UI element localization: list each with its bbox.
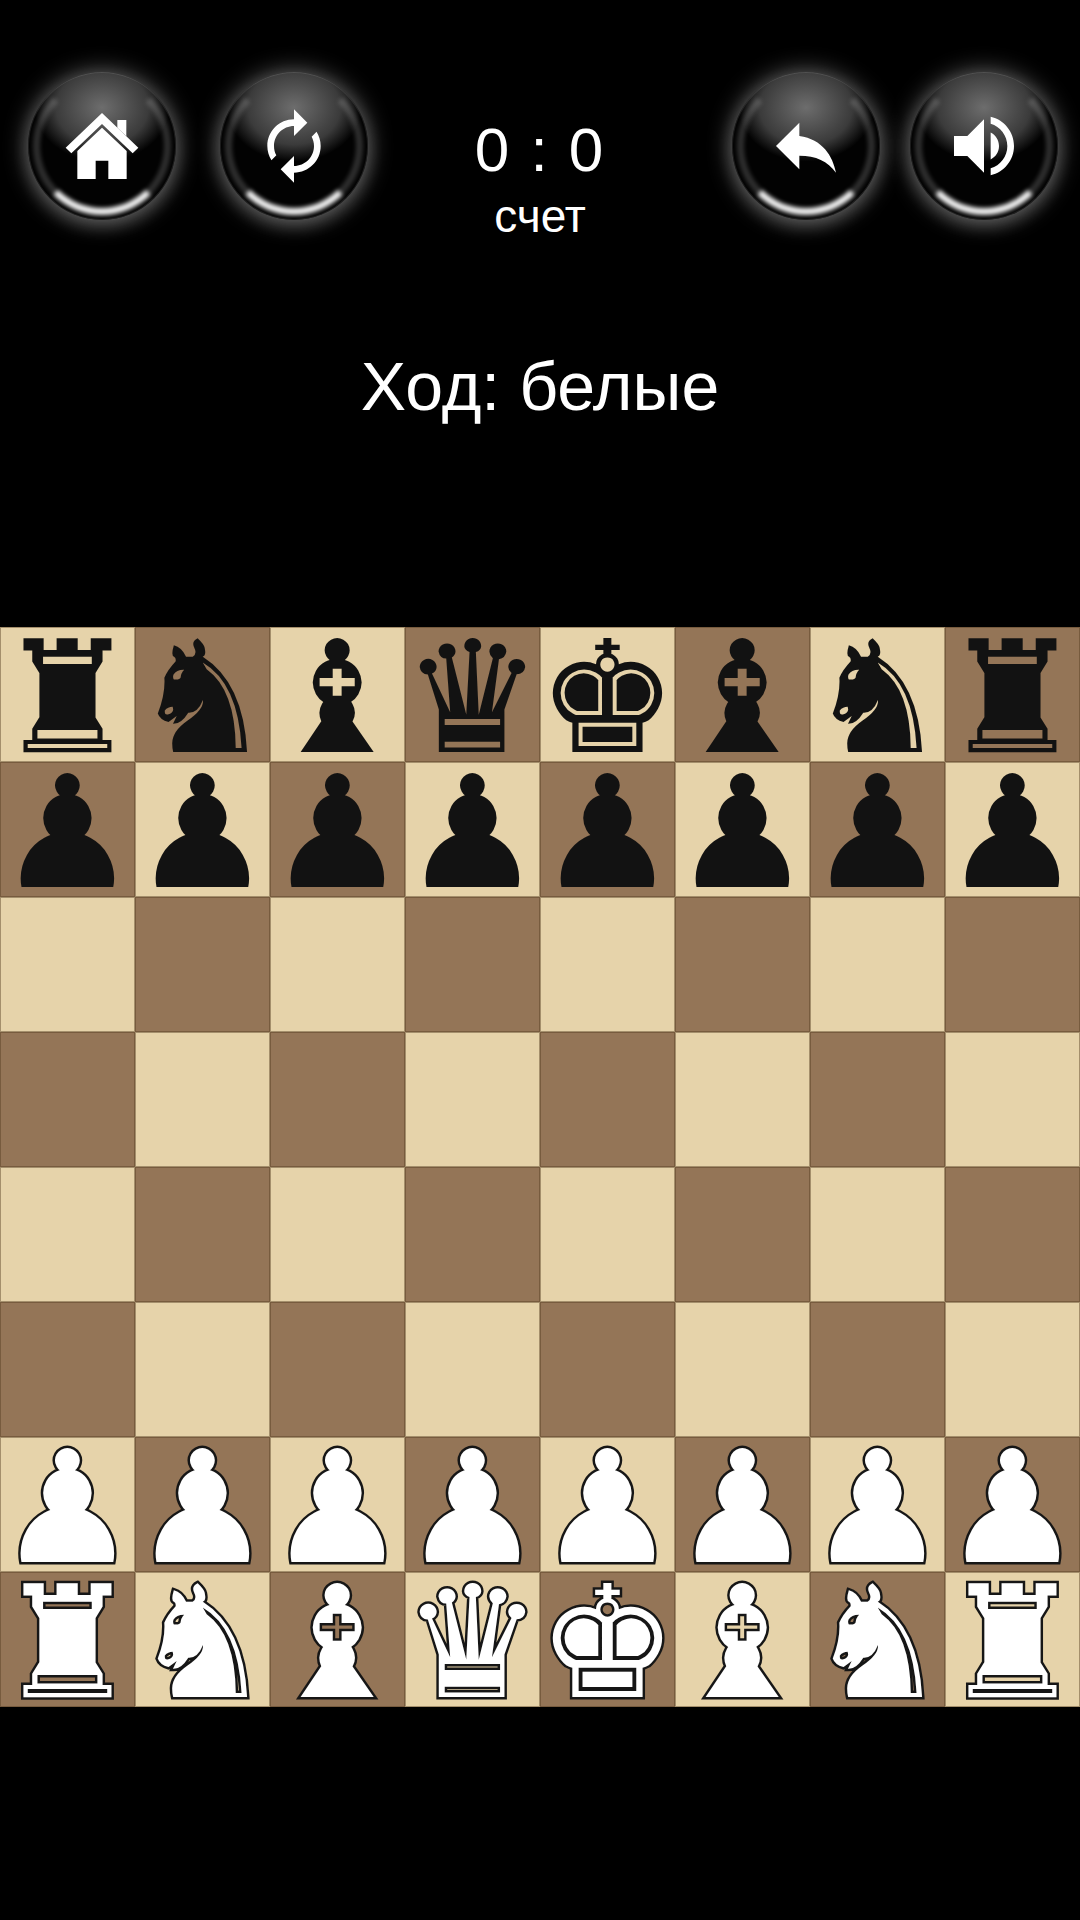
piece-white-rook[interactable]: ♜ <box>943 1565 1080 1721</box>
piece-black-pawn[interactable]: ♟ <box>268 755 408 911</box>
square-a4[interactable] <box>0 1167 135 1302</box>
square-e5[interactable] <box>540 1032 675 1167</box>
piece-black-pawn[interactable]: ♟ <box>0 755 137 911</box>
square-h4[interactable] <box>945 1167 1080 1302</box>
piece-white-bishop[interactable]: ♝ <box>268 1565 408 1721</box>
square-d5[interactable] <box>405 1032 540 1167</box>
square-c7[interactable]: ♟ <box>270 762 405 897</box>
home-icon <box>62 106 142 186</box>
square-b7[interactable]: ♟ <box>135 762 270 897</box>
square-g1[interactable]: ♞ <box>810 1572 945 1707</box>
piece-black-pawn[interactable]: ♟ <box>673 755 813 911</box>
piece-white-knight[interactable]: ♞ <box>808 1565 948 1721</box>
piece-white-rook[interactable]: ♜ <box>0 1565 137 1721</box>
piece-white-bishop[interactable]: ♝ <box>673 1565 813 1721</box>
restart-icon <box>254 106 334 186</box>
square-f5[interactable] <box>675 1032 810 1167</box>
square-b4[interactable] <box>135 1167 270 1302</box>
square-c4[interactable] <box>270 1167 405 1302</box>
square-f1[interactable]: ♝ <box>675 1572 810 1707</box>
square-e7[interactable]: ♟ <box>540 762 675 897</box>
sound-button[interactable] <box>910 72 1058 220</box>
speaker-icon <box>944 106 1024 186</box>
piece-white-king[interactable]: ♚ <box>538 1565 678 1721</box>
square-a1[interactable]: ♜ <box>0 1572 135 1707</box>
square-d4[interactable] <box>405 1167 540 1302</box>
chess-board: ♜♞♝♛♚♝♞♜♟♟♟♟♟♟♟♟♟♟♟♟♟♟♟♟♜♞♝♛♚♝♞♜ <box>0 627 1080 1707</box>
piece-black-pawn[interactable]: ♟ <box>133 755 273 911</box>
square-f7[interactable]: ♟ <box>675 762 810 897</box>
piece-black-pawn[interactable]: ♟ <box>538 755 678 911</box>
piece-black-pawn[interactable]: ♟ <box>403 755 543 911</box>
square-h5[interactable] <box>945 1032 1080 1167</box>
piece-black-pawn[interactable]: ♟ <box>808 755 948 911</box>
square-a5[interactable] <box>0 1032 135 1167</box>
square-h1[interactable]: ♜ <box>945 1572 1080 1707</box>
square-g7[interactable]: ♟ <box>810 762 945 897</box>
square-g4[interactable] <box>810 1167 945 1302</box>
square-f4[interactable] <box>675 1167 810 1302</box>
piece-white-knight[interactable]: ♞ <box>133 1565 273 1721</box>
square-e4[interactable] <box>540 1167 675 1302</box>
square-d7[interactable]: ♟ <box>405 762 540 897</box>
square-e1[interactable]: ♚ <box>540 1572 675 1707</box>
undo-button[interactable] <box>732 72 880 220</box>
square-g5[interactable] <box>810 1032 945 1167</box>
square-b1[interactable]: ♞ <box>135 1572 270 1707</box>
square-d1[interactable]: ♛ <box>405 1572 540 1707</box>
piece-white-queen[interactable]: ♛ <box>403 1565 543 1721</box>
square-h7[interactable]: ♟ <box>945 762 1080 897</box>
undo-icon <box>766 106 846 186</box>
square-a7[interactable]: ♟ <box>0 762 135 897</box>
square-c1[interactable]: ♝ <box>270 1572 405 1707</box>
square-c5[interactable] <box>270 1032 405 1167</box>
square-b5[interactable] <box>135 1032 270 1167</box>
turn-indicator: Ход: белые <box>0 350 1080 422</box>
piece-black-pawn[interactable]: ♟ <box>943 755 1080 911</box>
app-screen: 0 : 0 счет Ход: белые ♜♞♝♛♚♝♞♜♟♟♟♟♟♟♟♟♟♟… <box>0 0 1080 1920</box>
score-label: счет <box>0 190 1080 242</box>
